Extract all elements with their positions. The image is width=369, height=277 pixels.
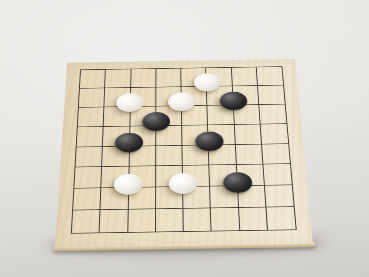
stone-black[interactable]: [195, 131, 224, 151]
stone-black[interactable]: [142, 112, 170, 132]
photo-background: [0, 0, 369, 277]
stone-black[interactable]: [220, 92, 248, 111]
stone-white[interactable]: [169, 173, 198, 194]
stone-white[interactable]: [168, 92, 196, 111]
stone-white[interactable]: [114, 174, 143, 195]
stone-white[interactable]: [193, 73, 221, 91]
stone-black[interactable]: [115, 132, 143, 152]
stones-layer: [71, 66, 297, 233]
stone-black[interactable]: [223, 172, 253, 193]
go-board[interactable]: [55, 59, 313, 248]
stone-white[interactable]: [116, 93, 144, 112]
